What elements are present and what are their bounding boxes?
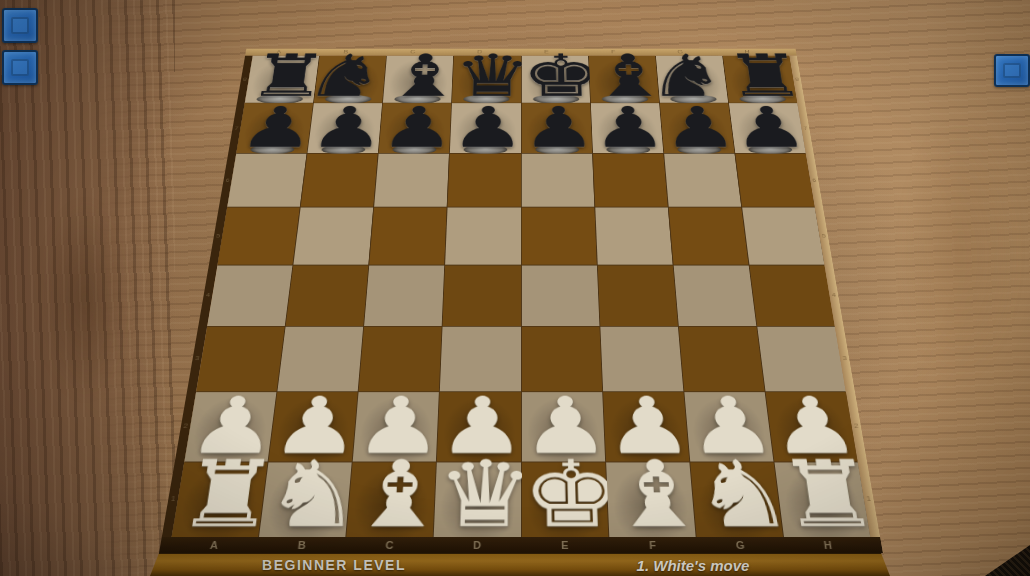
square-c1[interactable]: ♝ <box>347 462 437 537</box>
file-label: C <box>345 539 433 551</box>
file-label: D <box>454 49 505 55</box>
black-pawn[interactable]: ♟ <box>521 100 592 156</box>
square-a6[interactable] <box>227 154 306 207</box>
square-d4[interactable] <box>443 265 521 325</box>
file-label: A <box>169 539 258 551</box>
file-label: A <box>253 49 305 55</box>
square-a5[interactable] <box>218 208 300 265</box>
white-bishop[interactable]: ♝ <box>605 449 696 541</box>
white-rook[interactable]: ♜ <box>171 449 269 541</box>
blue-menu-button-top-left-1[interactable] <box>2 8 38 43</box>
square-g4[interactable] <box>673 265 756 325</box>
file-label: F <box>588 49 639 55</box>
white-knight[interactable]: ♞ <box>259 449 353 541</box>
square-b7[interactable]: ♟ <box>308 103 383 153</box>
square-b6[interactable] <box>301 154 378 207</box>
square-c4[interactable] <box>364 265 444 325</box>
square-e7[interactable]: ♟ <box>521 103 591 153</box>
button-glyph-icon <box>11 17 29 34</box>
file-label: E <box>521 49 572 55</box>
square-d6[interactable] <box>448 154 521 207</box>
square-h7[interactable]: ♟ <box>729 103 806 153</box>
blue-menu-button-top-right[interactable] <box>994 54 1030 87</box>
square-a4[interactable] <box>207 265 292 325</box>
button-glyph-icon <box>1003 63 1021 78</box>
square-f4[interactable] <box>597 265 677 325</box>
black-pawn[interactable]: ♟ <box>307 100 382 156</box>
black-pawn[interactable]: ♟ <box>590 100 663 156</box>
file-label: E <box>521 539 609 551</box>
button-glyph-icon <box>11 59 29 76</box>
white-rook[interactable]: ♜ <box>773 449 871 541</box>
square-b1[interactable]: ♞ <box>259 462 352 537</box>
square-e4[interactable] <box>521 265 599 325</box>
chess-board: ABCDEFGH 87654321 87654321 ABCDEFGH ♜♞♝♛… <box>159 49 883 553</box>
move-indicator: 1. White's move <box>573 557 813 574</box>
square-h1[interactable]: ♜ <box>774 462 870 537</box>
white-bishop[interactable]: ♝ <box>346 449 437 541</box>
white-queen[interactable]: ♛ <box>434 449 521 541</box>
square-h5[interactable] <box>742 208 824 265</box>
black-pawn[interactable]: ♟ <box>450 100 521 156</box>
black-knight[interactable]: ♞ <box>314 47 387 105</box>
black-king[interactable]: ♚ <box>521 47 589 105</box>
black-rook[interactable]: ♜ <box>722 47 798 105</box>
square-f7[interactable]: ♟ <box>591 103 664 153</box>
square-g5[interactable] <box>669 208 749 265</box>
file-label: B <box>320 49 372 55</box>
board-scene: ABCDEFGH 87654321 87654321 ABCDEFGH ♜♞♝♛… <box>159 0 883 553</box>
square-d7[interactable]: ♟ <box>450 103 520 153</box>
square-g7[interactable]: ♟ <box>660 103 735 153</box>
square-c7[interactable]: ♟ <box>379 103 452 153</box>
square-e5[interactable] <box>521 208 596 265</box>
square-h4[interactable] <box>749 265 834 325</box>
blue-menu-button-top-left-2[interactable] <box>2 50 38 85</box>
black-pawn[interactable]: ♟ <box>379 100 452 156</box>
square-c5[interactable] <box>370 208 447 265</box>
square-d5[interactable] <box>445 208 520 265</box>
black-pawn[interactable]: ♟ <box>728 100 806 156</box>
square-g1[interactable]: ♞ <box>690 462 783 537</box>
square-b4[interactable] <box>286 265 369 325</box>
square-a1[interactable]: ♜ <box>172 462 268 537</box>
file-label: F <box>608 539 696 551</box>
white-king[interactable]: ♚ <box>521 449 608 541</box>
board-front-edge: BEGINNER LEVEL 1. White's move <box>150 553 890 576</box>
file-label: G <box>696 539 785 551</box>
file-label: H <box>783 539 872 551</box>
board-rail-bottom: ABCDEFGH <box>159 537 883 553</box>
level-label: BEGINNER LEVEL <box>214 557 454 573</box>
black-pawn[interactable]: ♟ <box>659 100 734 156</box>
white-knight[interactable]: ♞ <box>689 449 783 541</box>
black-pawn[interactable]: ♟ <box>236 100 314 156</box>
square-g6[interactable] <box>664 154 741 207</box>
file-label: H <box>721 49 773 55</box>
file-label: C <box>387 49 438 55</box>
black-bishop[interactable]: ♝ <box>383 47 454 105</box>
square-e6[interactable] <box>521 154 594 207</box>
square-d1[interactable]: ♛ <box>434 462 520 537</box>
app-stage: ABCDEFGH 87654321 87654321 ABCDEFGH ♜♞♝♛… <box>0 0 1030 576</box>
file-label: B <box>257 539 346 551</box>
black-queen[interactable]: ♛ <box>452 47 520 105</box>
file-label: G <box>655 49 707 55</box>
square-f5[interactable] <box>595 208 672 265</box>
square-a7[interactable]: ♟ <box>236 103 313 153</box>
square-h6[interactable] <box>735 154 814 207</box>
square-f6[interactable] <box>593 154 668 207</box>
black-knight[interactable]: ♞ <box>655 47 728 105</box>
file-label: D <box>433 539 521 551</box>
square-f1[interactable]: ♝ <box>606 462 696 537</box>
square-b5[interactable] <box>294 208 374 265</box>
board-grid: ♜♞♝♛♚♝♞♜♟♟♟♟♟♟♟♟♟♟♟♟♟♟♟♟♜♞♝♛♚♝♞♜ <box>172 56 871 537</box>
square-e1[interactable]: ♚ <box>521 462 607 537</box>
square-c6[interactable] <box>374 154 449 207</box>
